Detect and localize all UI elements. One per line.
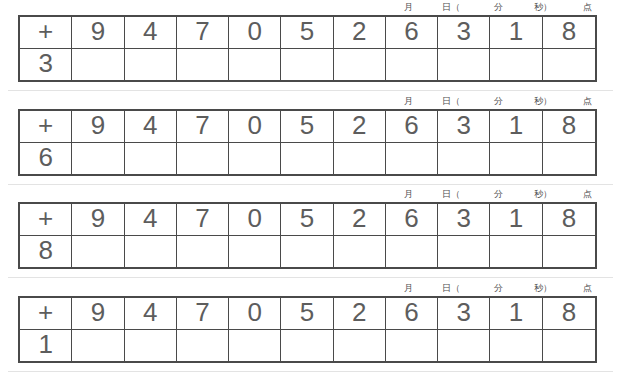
top-addend-cell: 2 xyxy=(334,204,386,236)
answer-cell[interactable] xyxy=(334,330,386,362)
answer-cell[interactable] xyxy=(281,330,333,362)
answer-cell[interactable] xyxy=(438,143,490,175)
left-addend-cell: 8 xyxy=(20,236,72,268)
drill-block: 月 日（ 分 秒） 点 +94705263183 xyxy=(18,2,597,82)
top-addend-cell: 8 xyxy=(543,298,595,330)
answer-cell[interactable] xyxy=(281,143,333,175)
minutes-label: 分 xyxy=(494,283,503,294)
answer-cell[interactable] xyxy=(125,330,177,362)
top-addend-cell: 4 xyxy=(125,204,177,236)
divider-line xyxy=(8,184,613,185)
drill-block: 月 日（ 分 秒） 点 +94705263186 xyxy=(18,96,597,176)
day-label: 日（ xyxy=(442,283,460,294)
answer-cell[interactable] xyxy=(438,236,490,268)
answer-cell[interactable] xyxy=(229,143,281,175)
top-addend-cell: 9 xyxy=(72,298,124,330)
answer-cell[interactable] xyxy=(177,330,229,362)
drill-grid: +94705263181 xyxy=(18,296,597,363)
month-label: 月 xyxy=(404,189,413,200)
answer-cell[interactable] xyxy=(229,330,281,362)
points-label: 点 xyxy=(583,283,592,294)
answer-cell[interactable] xyxy=(229,236,281,268)
top-addend-cell: 4 xyxy=(125,298,177,330)
answer-cell[interactable] xyxy=(72,49,124,81)
top-addend-cell: 0 xyxy=(229,17,281,49)
answer-cell[interactable] xyxy=(386,143,438,175)
answer-cell[interactable] xyxy=(125,49,177,81)
divider-line xyxy=(8,277,613,278)
drill-block: 月 日（ 分 秒） 点 +94705263188 xyxy=(18,189,597,269)
top-addend-cell: 9 xyxy=(72,17,124,49)
date-score-header: 月 日（ 分 秒） 点 xyxy=(18,96,597,109)
operator-cell: + xyxy=(20,204,72,236)
day-label: 日（ xyxy=(442,2,460,13)
answer-cell[interactable] xyxy=(72,143,124,175)
answer-cell[interactable] xyxy=(490,236,542,268)
top-addend-cell: 2 xyxy=(334,111,386,143)
top-addend-cell: 8 xyxy=(543,17,595,49)
top-addend-cell: 6 xyxy=(386,298,438,330)
top-addend-cell: 3 xyxy=(438,298,490,330)
top-addend-cell: 4 xyxy=(125,17,177,49)
top-addend-cell: 3 xyxy=(438,111,490,143)
answer-cell[interactable] xyxy=(229,49,281,81)
answer-cell[interactable] xyxy=(438,330,490,362)
answer-cell[interactable] xyxy=(281,236,333,268)
month-label: 月 xyxy=(404,96,413,107)
answer-cell[interactable] xyxy=(386,49,438,81)
top-addend-cell: 7 xyxy=(177,17,229,49)
seconds-label: 秒） xyxy=(534,189,552,200)
day-label: 日（ xyxy=(442,189,460,200)
minutes-label: 分 xyxy=(494,96,503,107)
answer-cell[interactable] xyxy=(386,330,438,362)
answer-cell[interactable] xyxy=(177,143,229,175)
top-addend-cell: 0 xyxy=(229,111,281,143)
seconds-label: 秒） xyxy=(534,283,552,294)
answer-cell[interactable] xyxy=(281,49,333,81)
points-label: 点 xyxy=(583,189,592,200)
operator-cell: + xyxy=(20,111,72,143)
top-addend-cell: 5 xyxy=(281,17,333,49)
top-addend-cell: 0 xyxy=(229,298,281,330)
answer-cell[interactable] xyxy=(490,143,542,175)
top-addend-cell: 7 xyxy=(177,204,229,236)
top-addend-cell: 6 xyxy=(386,17,438,49)
answer-cell[interactable] xyxy=(490,330,542,362)
date-score-header: 月 日（ 分 秒） 点 xyxy=(18,189,597,202)
seconds-label: 秒） xyxy=(534,2,552,13)
answer-cell[interactable] xyxy=(490,49,542,81)
left-addend-cell: 6 xyxy=(20,143,72,175)
drill-grid: +94705263183 xyxy=(18,15,597,82)
answer-cell[interactable] xyxy=(438,49,490,81)
left-addend-cell: 3 xyxy=(20,49,72,81)
answer-cell[interactable] xyxy=(334,143,386,175)
answer-cell[interactable] xyxy=(543,49,595,81)
points-label: 点 xyxy=(583,2,592,13)
answer-cell[interactable] xyxy=(543,143,595,175)
top-addend-cell: 9 xyxy=(72,111,124,143)
top-addend-cell: 3 xyxy=(438,17,490,49)
answer-cell[interactable] xyxy=(543,236,595,268)
top-addend-cell: 2 xyxy=(334,298,386,330)
operator-cell: + xyxy=(20,298,72,330)
month-label: 月 xyxy=(404,283,413,294)
top-addend-cell: 7 xyxy=(177,111,229,143)
top-addend-cell: 0 xyxy=(229,204,281,236)
top-addend-cell: 4 xyxy=(125,111,177,143)
top-addend-cell: 3 xyxy=(438,204,490,236)
drill-grid: +94705263188 xyxy=(18,202,597,269)
seconds-label: 秒） xyxy=(534,96,552,107)
divider-line xyxy=(8,371,613,372)
answer-cell[interactable] xyxy=(125,143,177,175)
day-label: 日（ xyxy=(442,96,460,107)
top-addend-cell: 5 xyxy=(281,111,333,143)
top-addend-cell: 1 xyxy=(490,111,542,143)
answer-cell[interactable] xyxy=(177,49,229,81)
answer-cell[interactable] xyxy=(125,236,177,268)
top-addend-cell: 1 xyxy=(490,17,542,49)
answer-cell[interactable] xyxy=(386,236,438,268)
top-addend-cell: 8 xyxy=(543,111,595,143)
answer-cell[interactable] xyxy=(177,236,229,268)
month-label: 月 xyxy=(404,2,413,13)
divider-line xyxy=(8,90,613,91)
top-addend-cell: 1 xyxy=(490,298,542,330)
top-addend-cell: 6 xyxy=(386,111,438,143)
date-score-header: 月 日（ 分 秒） 点 xyxy=(18,283,597,296)
answer-cell[interactable] xyxy=(72,330,124,362)
top-addend-cell: 5 xyxy=(281,204,333,236)
top-addend-cell: 5 xyxy=(281,298,333,330)
points-label: 点 xyxy=(583,96,592,107)
top-addend-cell: 9 xyxy=(72,204,124,236)
answer-cell[interactable] xyxy=(543,330,595,362)
answer-cell[interactable] xyxy=(334,236,386,268)
answer-cell[interactable] xyxy=(72,236,124,268)
top-addend-cell: 2 xyxy=(334,17,386,49)
top-addend-cell: 1 xyxy=(490,204,542,236)
minutes-label: 分 xyxy=(494,2,503,13)
top-addend-cell: 8 xyxy=(543,204,595,236)
drill-block: 月 日（ 分 秒） 点 +94705263181 xyxy=(18,283,597,363)
drill-grid: +94705263186 xyxy=(18,109,597,176)
left-addend-cell: 1 xyxy=(20,330,72,362)
operator-cell: + xyxy=(20,17,72,49)
top-addend-cell: 6 xyxy=(386,204,438,236)
minutes-label: 分 xyxy=(494,189,503,200)
date-score-header: 月 日（ 分 秒） 点 xyxy=(18,2,597,15)
answer-cell[interactable] xyxy=(334,49,386,81)
top-addend-cell: 7 xyxy=(177,298,229,330)
